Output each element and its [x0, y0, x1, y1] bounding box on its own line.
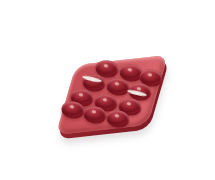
product-photo-scene [0, 0, 215, 180]
